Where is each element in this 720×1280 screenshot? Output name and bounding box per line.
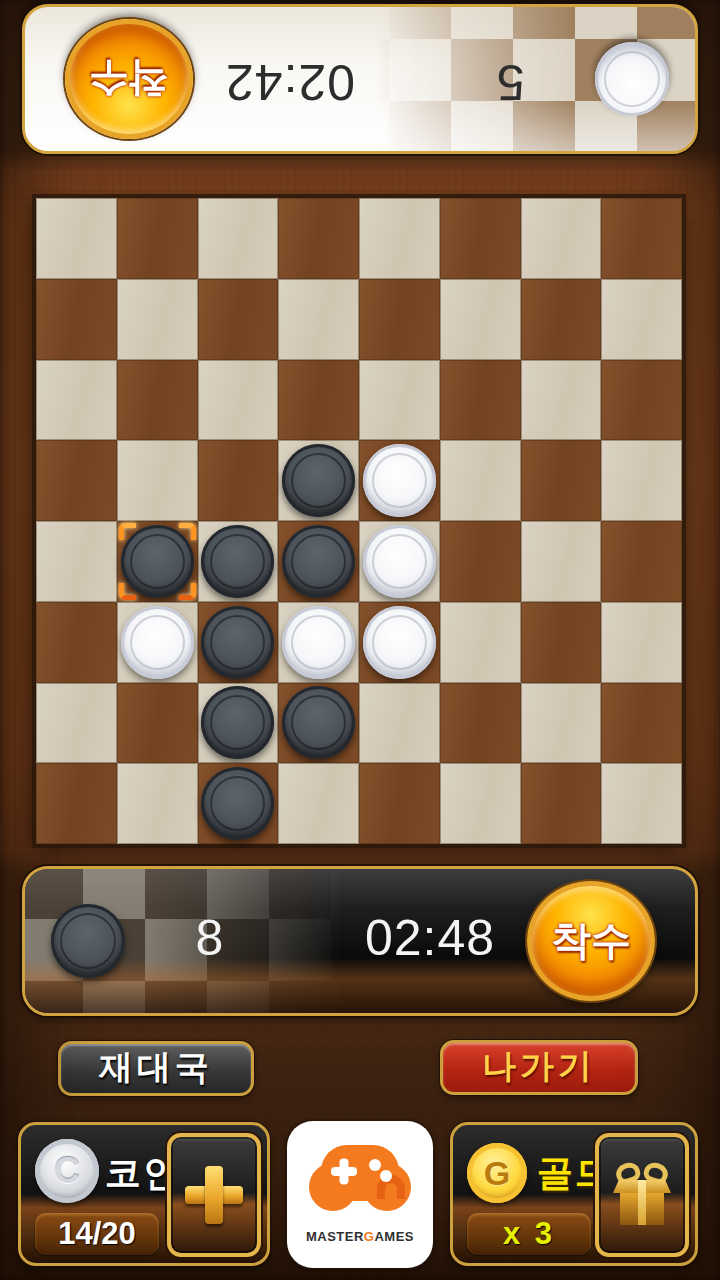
board-cell[interactable]	[440, 360, 521, 441]
board-cell[interactable]	[278, 198, 359, 279]
black-disc	[282, 686, 355, 759]
board-cell[interactable]	[601, 763, 682, 844]
black-disc	[201, 767, 274, 840]
board-cell[interactable]	[117, 279, 198, 360]
board-cell[interactable]	[117, 683, 198, 764]
gold-count: x 3	[467, 1213, 591, 1255]
board-cell[interactable]	[117, 521, 198, 602]
game-screen: 5 02:42 착수 8 02:48 착수 재대국 나가기 C 코인 14/20	[0, 0, 720, 1280]
board-cell[interactable]	[117, 198, 198, 279]
board-cell[interactable]	[278, 683, 359, 764]
white-disc	[363, 606, 436, 679]
board-cell[interactable]	[198, 521, 279, 602]
board-cell[interactable]	[36, 602, 117, 683]
board-cell[interactable]	[359, 279, 440, 360]
black-disc	[201, 686, 274, 759]
last-move-marker	[179, 583, 196, 600]
coin-count: 14/20	[35, 1213, 159, 1255]
opponent-move-button: 착수	[65, 19, 193, 139]
board-cell[interactable]	[601, 683, 682, 764]
gift-icon	[613, 1163, 671, 1227]
rematch-button[interactable]: 재대국	[58, 1041, 254, 1096]
board-cell[interactable]	[359, 440, 440, 521]
opponent-disc-count: 5	[465, 53, 555, 111]
board-cell[interactable]	[198, 440, 279, 521]
white-disc	[282, 606, 355, 679]
board-cell[interactable]	[36, 279, 117, 360]
board-cell[interactable]	[278, 440, 359, 521]
board-cell[interactable]	[359, 360, 440, 441]
board-cell[interactable]	[117, 360, 198, 441]
exit-button[interactable]: 나가기	[440, 1040, 638, 1095]
board-cell[interactable]	[36, 763, 117, 844]
board-cell[interactable]	[36, 360, 117, 441]
white-disc	[363, 444, 436, 517]
board-cell[interactable]	[440, 521, 521, 602]
board-cell[interactable]	[521, 683, 602, 764]
opponent-piece-white-disc	[595, 42, 669, 116]
board-cell[interactable]	[601, 198, 682, 279]
plus-icon	[185, 1166, 243, 1224]
mastergames-logo-card[interactable]: MASTERGAMES	[287, 1121, 433, 1268]
add-coin-button[interactable]	[167, 1133, 261, 1257]
board-cell[interactable]	[117, 602, 198, 683]
board-cell[interactable]	[521, 440, 602, 521]
board-cell[interactable]	[198, 683, 279, 764]
board-cell[interactable]	[521, 360, 602, 441]
opponent-panel: 5 02:42 착수	[22, 4, 698, 154]
board-cell[interactable]	[36, 521, 117, 602]
black-disc	[282, 525, 355, 598]
board-cell[interactable]	[198, 763, 279, 844]
black-disc	[282, 444, 355, 517]
board-cell[interactable]	[117, 440, 198, 521]
board-cell[interactable]	[521, 763, 602, 844]
gold-icon: G	[467, 1143, 527, 1203]
board-cell[interactable]	[278, 602, 359, 683]
board-cell[interactable]	[601, 602, 682, 683]
player-panel: 8 02:48 착수	[22, 866, 698, 1016]
board-cell[interactable]	[278, 763, 359, 844]
board-cell[interactable]	[521, 521, 602, 602]
gift-button[interactable]	[595, 1133, 689, 1257]
last-move-marker	[179, 523, 196, 540]
board-cell[interactable]	[601, 521, 682, 602]
black-disc	[201, 606, 274, 679]
player-timer: 02:48	[325, 909, 535, 967]
board-cell[interactable]	[440, 440, 521, 521]
coin-panel: C 코인 14/20	[18, 1122, 270, 1266]
board-cell[interactable]	[36, 198, 117, 279]
board-cell[interactable]	[36, 683, 117, 764]
board-cell[interactable]	[359, 763, 440, 844]
board-cell[interactable]	[117, 763, 198, 844]
black-disc	[201, 525, 274, 598]
board-cell[interactable]	[278, 279, 359, 360]
board-cell[interactable]	[521, 198, 602, 279]
board-cell[interactable]	[198, 279, 279, 360]
gamepad-icon	[305, 1131, 415, 1223]
opponent-timer: 02:42	[185, 53, 395, 111]
board-cell[interactable]	[278, 521, 359, 602]
player-disc-count: 8	[165, 909, 255, 967]
board-cell[interactable]	[521, 279, 602, 360]
board-cell[interactable]	[601, 440, 682, 521]
board-cell[interactable]	[198, 602, 279, 683]
board-cell[interactable]	[359, 602, 440, 683]
board-cell[interactable]	[278, 360, 359, 441]
board-cell[interactable]	[601, 360, 682, 441]
board-cell[interactable]	[359, 198, 440, 279]
board-cell[interactable]	[440, 602, 521, 683]
board-cell[interactable]	[440, 763, 521, 844]
white-disc	[363, 525, 436, 598]
board-cell[interactable]	[601, 279, 682, 360]
logo-text: MASTERGAMES	[287, 1229, 433, 1244]
board	[36, 198, 682, 844]
player-piece-black-disc	[51, 904, 125, 978]
gold-panel: G 골드 x 3	[450, 1122, 698, 1266]
last-move-marker	[119, 523, 136, 540]
last-move-marker	[119, 583, 136, 600]
board-cell[interactable]	[198, 360, 279, 441]
board-cell[interactable]	[440, 198, 521, 279]
board-cell[interactable]	[359, 683, 440, 764]
board-cell[interactable]	[521, 602, 602, 683]
board-cell[interactable]	[440, 279, 521, 360]
board-cell[interactable]	[36, 440, 117, 521]
board-cell[interactable]	[440, 683, 521, 764]
board-cell[interactable]	[198, 198, 279, 279]
board-cell[interactable]	[359, 521, 440, 602]
place-move-button[interactable]: 착수	[527, 881, 655, 1001]
white-disc	[121, 606, 194, 679]
coin-icon: C	[35, 1139, 99, 1203]
